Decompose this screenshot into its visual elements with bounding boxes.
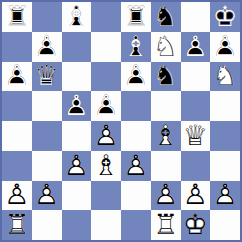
square-g1[interactable]: ♚♔: [181, 210, 211, 240]
white-rook[interactable]: ♜♖: [2, 210, 32, 240]
black-bishop[interactable]: ♝♗: [62, 2, 92, 32]
square-e4[interactable]: [121, 121, 151, 151]
square-c3[interactable]: ♟♙: [62, 151, 92, 181]
square-f8[interactable]: ♞♘: [151, 2, 181, 32]
square-h4[interactable]: [210, 121, 240, 151]
piece-outline-glyph: ♗: [151, 121, 181, 151]
square-g4[interactable]: ♛♕: [181, 121, 211, 151]
square-f7[interactable]: ♞♘: [151, 32, 181, 62]
square-d6[interactable]: [91, 62, 121, 92]
square-c8[interactable]: ♝♗: [62, 2, 92, 32]
square-e8[interactable]: ♜♖: [121, 2, 151, 32]
piece-outline-glyph: ♘: [151, 2, 181, 32]
square-b5[interactable]: [32, 91, 62, 121]
square-h8[interactable]: ♚♔: [210, 2, 240, 32]
square-d1[interactable]: [91, 210, 121, 240]
black-knight[interactable]: ♞♘: [151, 2, 181, 32]
square-f4[interactable]: ♝♗: [151, 121, 181, 151]
white-pawn[interactable]: ♟♙: [91, 121, 121, 151]
square-a6[interactable]: ♟♙: [2, 62, 32, 92]
square-d3[interactable]: ♝♗: [91, 151, 121, 181]
piece-outline-glyph: ♘: [151, 62, 181, 92]
piece-outline-glyph: ♕: [32, 62, 62, 92]
square-e2[interactable]: [121, 181, 151, 211]
square-c6[interactable]: [62, 62, 92, 92]
square-f6[interactable]: ♞♘: [151, 62, 181, 92]
white-queen[interactable]: ♛♕: [181, 121, 211, 151]
white-pawn[interactable]: ♟♙: [2, 181, 32, 211]
square-c2[interactable]: [62, 181, 92, 211]
square-a2[interactable]: ♟♙: [2, 181, 32, 211]
square-h3[interactable]: [210, 151, 240, 181]
square-c5[interactable]: ♟♙: [62, 91, 92, 121]
square-c4[interactable]: [62, 121, 92, 151]
square-h5[interactable]: [210, 91, 240, 121]
square-a3[interactable]: [2, 151, 32, 181]
piece-outline-glyph: ♔: [181, 210, 211, 240]
piece-outline-glyph: ♙: [2, 62, 32, 92]
piece-outline-glyph: ♖: [121, 2, 151, 32]
white-pawn[interactable]: ♟♙: [62, 151, 92, 181]
black-rook[interactable]: ♜♖: [2, 2, 32, 32]
square-g6[interactable]: [181, 62, 211, 92]
black-rook[interactable]: ♜♖: [121, 2, 151, 32]
piece-outline-glyph: ♖: [2, 210, 32, 240]
square-a4[interactable]: [2, 121, 32, 151]
piece-outline-glyph: ♘: [151, 32, 181, 62]
square-f5[interactable]: [151, 91, 181, 121]
piece-outline-glyph: ♙: [181, 181, 211, 211]
black-pawn[interactable]: ♟♙: [210, 32, 240, 62]
piece-outline-glyph: ♔: [210, 2, 240, 32]
piece-outline-glyph: ♙: [151, 181, 181, 211]
piece-outline-glyph: ♙: [121, 62, 151, 92]
square-c7[interactable]: [62, 32, 92, 62]
square-a7[interactable]: [2, 32, 32, 62]
black-pawn[interactable]: ♟♙: [121, 62, 151, 92]
square-d2[interactable]: [91, 181, 121, 211]
square-c1[interactable]: [62, 210, 92, 240]
square-b3[interactable]: [32, 151, 62, 181]
white-king[interactable]: ♚♔: [181, 210, 211, 240]
white-pawn[interactable]: ♟♙: [210, 181, 240, 211]
square-b6[interactable]: ♛♕: [32, 62, 62, 92]
square-e5[interactable]: [121, 91, 151, 121]
square-b8[interactable]: [32, 2, 62, 32]
square-d8[interactable]: [91, 2, 121, 32]
piece-outline-glyph: ♙: [91, 91, 121, 121]
square-g2[interactable]: ♟♙: [181, 181, 211, 211]
square-e3[interactable]: ♟♙: [121, 151, 151, 181]
square-g3[interactable]: [181, 151, 211, 181]
white-bishop[interactable]: ♝♗: [151, 121, 181, 151]
square-d4[interactable]: ♟♙: [91, 121, 121, 151]
piece-outline-glyph: ♖: [151, 210, 181, 240]
piece-outline-glyph: ♗: [62, 2, 92, 32]
white-pawn[interactable]: ♟♙: [32, 181, 62, 211]
white-pawn[interactable]: ♟♙: [181, 181, 211, 211]
piece-outline-glyph: ♗: [121, 32, 151, 62]
piece-outline-glyph: ♙: [32, 32, 62, 62]
piece-outline-glyph: ♙: [121, 151, 151, 181]
piece-outline-glyph: ♙: [62, 151, 92, 181]
square-a8[interactable]: ♜♖: [2, 2, 32, 32]
piece-outline-glyph: ♙: [210, 32, 240, 62]
square-b4[interactable]: [32, 121, 62, 151]
black-pawn[interactable]: ♟♙: [181, 32, 211, 62]
white-pawn[interactable]: ♟♙: [121, 151, 151, 181]
black-pawn[interactable]: ♟♙: [62, 91, 92, 121]
piece-outline-glyph: ♖: [2, 2, 32, 32]
white-rook[interactable]: ♜♖: [151, 210, 181, 240]
piece-outline-glyph: ♗: [91, 151, 121, 181]
square-b1[interactable]: [32, 210, 62, 240]
square-g7[interactable]: ♟♙: [181, 32, 211, 62]
black-pawn[interactable]: ♟♙: [2, 62, 32, 92]
piece-outline-glyph: ♕: [181, 121, 211, 151]
square-e6[interactable]: ♟♙: [121, 62, 151, 92]
black-pawn[interactable]: ♟♙: [91, 91, 121, 121]
square-g8[interactable]: [181, 2, 211, 32]
piece-outline-glyph: ♙: [2, 181, 32, 211]
white-pawn[interactable]: ♟♙: [151, 181, 181, 211]
square-b2[interactable]: ♟♙: [32, 181, 62, 211]
square-f1[interactable]: ♜♖: [151, 210, 181, 240]
piece-outline-glyph: ♘: [210, 62, 240, 92]
white-knight[interactable]: ♞♘: [210, 62, 240, 92]
square-h6[interactable]: ♞♘: [210, 62, 240, 92]
piece-outline-glyph: ♙: [91, 121, 121, 151]
square-d5[interactable]: ♟♙: [91, 91, 121, 121]
square-h7[interactable]: ♟♙: [210, 32, 240, 62]
square-f3[interactable]: [151, 151, 181, 181]
square-h2[interactable]: ♟♙: [210, 181, 240, 211]
square-g5[interactable]: [181, 91, 211, 121]
square-d7[interactable]: [91, 32, 121, 62]
square-b7[interactable]: ♟♙: [32, 32, 62, 62]
square-e7[interactable]: ♝♗: [121, 32, 151, 62]
square-a1[interactable]: ♜♖: [2, 210, 32, 240]
black-bishop[interactable]: ♝♗: [121, 32, 151, 62]
square-h1[interactable]: [210, 210, 240, 240]
square-a5[interactable]: [2, 91, 32, 121]
black-king[interactable]: ♚♔: [210, 2, 240, 32]
piece-outline-glyph: ♙: [210, 181, 240, 211]
black-knight[interactable]: ♞♘: [151, 62, 181, 92]
white-bishop[interactable]: ♝♗: [91, 151, 121, 181]
black-queen[interactable]: ♛♕: [32, 62, 62, 92]
square-f2[interactable]: ♟♙: [151, 181, 181, 211]
square-e1[interactable]: [121, 210, 151, 240]
white-knight[interactable]: ♞♘: [151, 32, 181, 62]
black-pawn[interactable]: ♟♙: [32, 32, 62, 62]
piece-outline-glyph: ♙: [62, 91, 92, 121]
piece-outline-glyph: ♙: [181, 32, 211, 62]
piece-outline-glyph: ♙: [32, 181, 62, 211]
chess-board: ♜♖♝♗♜♖♞♘♚♔♟♙♝♗♞♘♟♙♟♙♟♙♛♕♟♙♞♘♞♘♟♙♟♙♟♙♝♗♛♕…: [0, 0, 242, 242]
